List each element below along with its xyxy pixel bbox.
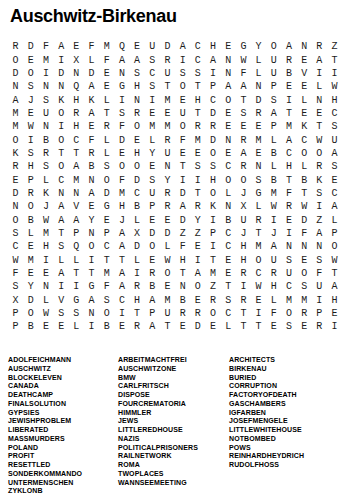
grid-cell-r19c5: I	[69, 280, 84, 293]
grid-cell-r4c2: S	[23, 80, 38, 93]
grid-cell-r22c6: I	[84, 320, 99, 333]
grid-cell-r5c20: L	[297, 93, 312, 106]
grid-cell-r3c11: U	[160, 67, 175, 80]
grid-cell-r1c14: H	[205, 40, 220, 53]
grid-cell-r17c14: T	[205, 254, 220, 267]
grid-cell-r7c19: M	[281, 120, 296, 133]
grid-cell-r1c17: Y	[251, 40, 266, 53]
grid-cell-r9c3: R	[38, 147, 53, 160]
grid-cell-r1c21: R	[312, 40, 327, 53]
grid-cell-r1c10: U	[145, 40, 160, 53]
grid-cell-r3c6: D	[84, 67, 99, 80]
grid-cell-r3c15: N	[221, 67, 236, 80]
grid-cell-r17c9: L	[130, 254, 145, 267]
grid-cell-r5c21: N	[312, 93, 327, 106]
grid-cell-r6c7: T	[99, 107, 114, 120]
word-list-item: TWOPLACES	[118, 470, 226, 479]
grid-cell-r4c21: L	[312, 80, 327, 93]
grid-cell-r13c18: W	[266, 200, 281, 213]
grid-cell-r16c11: L	[160, 240, 175, 253]
grid-cell-r10c2: H	[23, 160, 38, 173]
grid-cell-r19c15: T	[221, 280, 236, 293]
grid-cell-r20c6: A	[84, 294, 99, 307]
grid-cell-r3c18: U	[266, 67, 281, 80]
grid-cell-r13c20: W	[297, 200, 312, 213]
word-list-item: REINHARDHEYDRICH	[229, 452, 349, 461]
word-list-item: LITTLEWHITEHOUSE	[229, 426, 349, 435]
grid-cell-r13c17: L	[251, 200, 266, 213]
grid-cell-r11c16: O	[236, 173, 251, 186]
grid-cell-r1c13: C	[190, 40, 205, 53]
word-list-item: CORRUPTION	[229, 382, 349, 391]
grid-cell-r3c7: E	[99, 67, 114, 80]
grid-cell-r2c22: T	[327, 53, 342, 66]
grid-cell-r9c18: B	[266, 147, 281, 160]
grid-cell-r20c18: L	[266, 294, 281, 307]
grid-cell-r10c14: S	[205, 160, 220, 173]
grid-cell-r8c21: W	[312, 133, 327, 146]
grid-cell-r9c10: Y	[145, 147, 160, 160]
grid-cell-r22c19: S	[281, 320, 296, 333]
grid-cell-r3c16: F	[236, 67, 251, 80]
grid-cell-r13c3: J	[38, 200, 53, 213]
grid-cell-r9c17: E	[251, 147, 266, 160]
grid-cell-r20c17: E	[251, 294, 266, 307]
grid-cell-r5c4: K	[54, 93, 69, 106]
grid-cell-r13c22: A	[327, 200, 342, 213]
grid-cell-r17c8: T	[114, 254, 129, 267]
word-list-item: LIBERATED	[8, 426, 116, 435]
grid-cell-r14c22: L	[327, 213, 342, 226]
grid-cell-r11c17: S	[251, 173, 266, 186]
grid-cell-r7c3: N	[38, 120, 53, 133]
grid-cell-r18c10: R	[145, 267, 160, 280]
grid-cell-r16c5: Q	[69, 240, 84, 253]
grid-cell-r12c3: K	[38, 187, 53, 200]
grid-cell-r16c10: O	[145, 240, 160, 253]
grid-cell-r7c21: T	[312, 120, 327, 133]
grid-cell-r15c12: Z	[175, 227, 190, 240]
grid-cell-r2c20: E	[297, 53, 312, 66]
grid-cell-r15c21: A	[312, 227, 327, 240]
grid-cell-r10c13: S	[190, 160, 205, 173]
grid-cell-r8c5: C	[69, 133, 84, 146]
grid-cell-r22c1: P	[8, 320, 23, 333]
grid-cell-r9c9: H	[130, 147, 145, 160]
grid-cell-r6c12: U	[175, 107, 190, 120]
grid-cell-r16c15: C	[221, 240, 236, 253]
puzzle-title: Auschwitz-Birkenau	[10, 6, 177, 27]
grid-cell-r8c19: A	[281, 133, 296, 146]
grid-cell-r3c17: L	[251, 67, 266, 80]
grid-cell-r6c13: T	[190, 107, 205, 120]
grid-cell-r16c21: N	[312, 240, 327, 253]
grid-cell-r2c13: C	[190, 53, 205, 66]
grid-cell-r7c4: I	[54, 120, 69, 133]
grid-cell-r17c11: W	[160, 254, 175, 267]
grid-cell-r21c21: P	[312, 307, 327, 320]
grid-cell-r9c13: E	[190, 147, 205, 160]
grid-cell-r17c21: S	[312, 254, 327, 267]
grid-cell-r2c12: I	[175, 53, 190, 66]
grid-cell-r13c4: A	[54, 200, 69, 213]
grid-cell-r20c11: M	[160, 294, 175, 307]
grid-cell-r1c2: D	[23, 40, 38, 53]
grid-cell-r2c15: N	[221, 53, 236, 66]
word-list-item: GYPSIES	[8, 409, 116, 418]
grid-cell-r11c12: I	[175, 173, 190, 186]
grid-cell-r16c17: M	[251, 240, 266, 253]
grid-cell-r1c4: A	[54, 40, 69, 53]
grid-cell-r6c2: E	[23, 107, 38, 120]
grid-cell-r14c6: Y	[84, 213, 99, 226]
grid-cell-r1c1: R	[8, 40, 23, 53]
grid-cell-r6c21: E	[312, 107, 327, 120]
grid-cell-r7c13: R	[190, 120, 205, 133]
grid-cell-r20c3: L	[38, 294, 53, 307]
grid-cell-r11c20: B	[297, 173, 312, 186]
word-list-item: POWS	[229, 444, 349, 453]
grid-cell-r2c1: O	[8, 53, 23, 66]
grid-cell-r11c8: F	[114, 173, 129, 186]
grid-cell-r18c20: O	[297, 267, 312, 280]
word-list-item: PROFIT	[8, 452, 116, 461]
word-list-item: BLOCKELEVEN	[8, 374, 116, 383]
grid-cell-r18c11: O	[160, 267, 175, 280]
grid-cell-r20c16: R	[236, 294, 251, 307]
grid-cell-r21c9: T	[130, 307, 145, 320]
grid-cell-r5c14: C	[205, 93, 220, 106]
grid-cell-r6c8: S	[114, 107, 129, 120]
grid-cell-r12c19: F	[281, 187, 296, 200]
grid-cell-r4c4: N	[54, 80, 69, 93]
grid-cell-r8c11: R	[160, 133, 175, 146]
grid-cell-r18c18: R	[266, 267, 281, 280]
grid-cell-r10c19: H	[281, 160, 296, 173]
grid-cell-r9c4: T	[54, 147, 69, 160]
grid-cell-r18c6: T	[84, 267, 99, 280]
grid-cell-r12c2: R	[23, 187, 38, 200]
grid-cell-r2c11: R	[160, 53, 175, 66]
grid-cell-r21c15: C	[221, 307, 236, 320]
grid-cell-r16c6: O	[84, 240, 99, 253]
grid-cell-r7c18: P	[266, 120, 281, 133]
grid-cell-r2c18: U	[266, 53, 281, 66]
grid-cell-r3c9: S	[130, 67, 145, 80]
grid-cell-r20c10: A	[145, 294, 160, 307]
grid-cell-r22c18: E	[266, 320, 281, 333]
grid-cell-r15c14: P	[205, 227, 220, 240]
grid-cell-r15c7: P	[99, 227, 114, 240]
grid-cell-r15c11: D	[160, 227, 175, 240]
grid-cell-r1c15: E	[221, 40, 236, 53]
grid-cell-r16c20: N	[297, 240, 312, 253]
grid-cell-r12c4: N	[54, 187, 69, 200]
grid-cell-r18c22: T	[327, 267, 342, 280]
word-list-column-1: ADOLFEICHMANNAUSCHWITZBLOCKELEVENCANADAD…	[8, 356, 116, 496]
grid-cell-r17c13: I	[190, 254, 205, 267]
grid-cell-r7c22: S	[327, 120, 342, 133]
grid-cell-r2c16: W	[236, 53, 251, 66]
grid-cell-r22c5: L	[69, 320, 84, 333]
grid-cell-r19c19: C	[281, 280, 296, 293]
grid-cell-r19c11: E	[160, 280, 175, 293]
grid-cell-r10c10: E	[145, 160, 160, 173]
grid-cell-r19c18: H	[266, 280, 281, 293]
grid-cell-r3c3: I	[38, 67, 53, 80]
grid-cell-r5c10: I	[145, 93, 160, 106]
grid-cell-r17c22: W	[327, 254, 342, 267]
grid-cell-r16c19: N	[281, 240, 296, 253]
grid-cell-r16c2: E	[23, 240, 38, 253]
grid-cell-r6c3: U	[38, 107, 53, 120]
grid-cell-r22c10: A	[145, 320, 160, 333]
grid-cell-r21c3: W	[38, 307, 53, 320]
grid-cell-r15c9: X	[130, 227, 145, 240]
grid-cell-r1c7: M	[99, 40, 114, 53]
grid-cell-r9c12: E	[175, 147, 190, 160]
grid-cell-r7c11: M	[160, 120, 175, 133]
grid-cell-r4c1: N	[8, 80, 23, 93]
grid-cell-r20c13: E	[190, 294, 205, 307]
grid-cell-r3c22: I	[327, 67, 342, 80]
grid-cell-r10c6: B	[84, 160, 99, 173]
grid-cell-r8c14: D	[205, 133, 220, 146]
grid-cell-r16c4: S	[54, 240, 69, 253]
word-list-item: JEWISHPROBLEM	[8, 417, 116, 426]
grid-cell-r13c15: N	[221, 200, 236, 213]
grid-cell-r5c6: K	[84, 93, 99, 106]
grid-cell-r20c14: R	[205, 294, 220, 307]
grid-cell-r3c10: C	[145, 67, 160, 80]
grid-cell-r2c7: F	[99, 53, 114, 66]
grid-cell-r21c14: O	[205, 307, 220, 320]
grid-cell-r15c22: P	[327, 227, 342, 240]
word-list-item: DEATHCAMP	[8, 391, 116, 400]
grid-cell-r14c4: A	[54, 213, 69, 226]
grid-cell-r20c21: I	[312, 294, 327, 307]
grid-cell-r10c22: S	[327, 160, 342, 173]
grid-cell-r21c16: T	[236, 307, 251, 320]
grid-cell-r14c7: E	[99, 213, 114, 226]
grid-cell-r6c18: A	[266, 107, 281, 120]
grid-cell-r18c1: F	[8, 267, 23, 280]
grid-cell-r19c20: S	[297, 280, 312, 293]
grid-cell-r15c6: N	[84, 227, 99, 240]
grid-cell-r4c15: A	[221, 80, 236, 93]
grid-cell-r2c3: M	[38, 53, 53, 66]
grid-cell-r14c8: J	[114, 213, 129, 226]
grid-cell-r19c2: Y	[23, 280, 38, 293]
grid-cell-r15c17: T	[251, 227, 266, 240]
grid-cell-r12c16: J	[236, 187, 251, 200]
grid-cell-r7c6: E	[84, 120, 99, 133]
grid-cell-r11c4: C	[54, 173, 69, 186]
grid-cell-r17c5: L	[69, 254, 84, 267]
grid-cell-r18c5: T	[69, 267, 84, 280]
grid-cell-r1c18: O	[266, 40, 281, 53]
grid-cell-r10c1: R	[8, 160, 23, 173]
grid-cell-r21c10: P	[145, 307, 160, 320]
grid-cell-r3c8: N	[114, 67, 129, 80]
word-list-item: CARLFRITSCH	[118, 382, 226, 391]
grid-cell-r18c17: C	[251, 267, 266, 280]
grid-cell-r13c2: O	[23, 200, 38, 213]
grid-cell-r16c3: H	[38, 240, 53, 253]
grid-cell-r13c5: V	[69, 200, 84, 213]
grid-cell-r4c17: N	[251, 80, 266, 93]
grid-cell-r17c18: U	[266, 254, 281, 267]
word-list-item: UNTERMENSCHEN	[8, 479, 116, 488]
grid-cell-r18c9: I	[130, 267, 145, 280]
grid-cell-r4c9: H	[130, 80, 145, 93]
grid-cell-r6c14: D	[205, 107, 220, 120]
grid-cell-r2c14: A	[205, 53, 220, 66]
grid-cell-r4c3: N	[38, 80, 53, 93]
grid-cell-r11c13: I	[190, 173, 205, 186]
grid-cell-r3c12: S	[175, 67, 190, 80]
grid-cell-r10c15: C	[221, 160, 236, 173]
word-list-item: FINALSOLUTION	[8, 400, 116, 409]
grid-cell-r14c1: O	[8, 213, 23, 226]
grid-cell-r12c5: N	[69, 187, 84, 200]
grid-cell-r12c17: G	[251, 187, 266, 200]
grid-cell-r17c16: H	[236, 254, 251, 267]
grid-cell-r13c8: H	[114, 200, 129, 213]
grid-cell-r4c5: Q	[69, 80, 84, 93]
grid-cell-r14c11: E	[160, 213, 175, 226]
grid-cell-r5c3: S	[38, 93, 53, 106]
grid-cell-r15c3: M	[38, 227, 53, 240]
grid-cell-r22c4: E	[54, 320, 69, 333]
grid-cell-r4c19: E	[281, 80, 296, 93]
grid-cell-r1c3: F	[38, 40, 53, 53]
word-list-item: IGFARBEN	[229, 409, 349, 418]
grid-cell-r4c11: T	[160, 80, 175, 93]
word-list-item: CANADA	[8, 382, 116, 391]
grid-cell-r18c21: F	[312, 267, 327, 280]
grid-cell-r22c11: T	[160, 320, 175, 333]
grid-cell-r3c5: N	[69, 67, 84, 80]
grid-cell-r2c4: I	[54, 53, 69, 66]
grid-cell-r7c8: F	[114, 120, 129, 133]
word-list-item: BURIED	[229, 374, 349, 383]
grid-cell-r17c3: I	[38, 254, 53, 267]
grid-cell-r5c16: T	[236, 93, 251, 106]
grid-cell-r2c5: X	[69, 53, 84, 66]
grid-cell-r11c21: K	[312, 173, 327, 186]
grid-cell-r15c15: C	[221, 227, 236, 240]
grid-cell-r11c10: S	[145, 173, 160, 186]
grid-cell-r14c15: B	[221, 213, 236, 226]
word-list-item: ADOLFEICHMANN	[8, 356, 116, 365]
word-list-item: BIRKENAU	[229, 365, 349, 374]
grid-cell-r14c3: W	[38, 213, 53, 226]
grid-cell-r1c16: G	[236, 40, 251, 53]
grid-cell-r19c4: I	[54, 280, 69, 293]
grid-cell-r22c21: R	[312, 320, 327, 333]
grid-cell-r7c15: E	[221, 120, 236, 133]
word-list-item: WANNSEEMEETING	[118, 479, 226, 488]
grid-cell-r20c1: X	[8, 294, 23, 307]
grid-cell-r7c20: K	[297, 120, 312, 133]
grid-cell-r21c5: S	[69, 307, 84, 320]
grid-cell-r6c22: C	[327, 107, 342, 120]
grid-cell-r13c16: X	[236, 200, 251, 213]
grid-cell-r14c20: D	[297, 213, 312, 226]
grid-cell-r8c20: C	[297, 133, 312, 146]
word-list-item: POLAND	[8, 444, 116, 453]
grid-cell-r12c8: M	[114, 187, 129, 200]
word-list-item: JOSEFMENGELE	[229, 417, 349, 426]
grid-cell-r17c2: M	[23, 254, 38, 267]
grid-cell-r9c8: E	[114, 147, 129, 160]
grid-cell-r19c7: F	[99, 280, 114, 293]
grid-cell-r11c18: B	[266, 173, 281, 186]
grid-cell-r8c3: B	[38, 133, 53, 146]
grid-cell-r22c14: E	[205, 320, 220, 333]
grid-cell-r11c1: E	[8, 173, 23, 186]
grid-cell-r13c12: A	[175, 200, 190, 213]
grid-cell-r19c17: W	[251, 280, 266, 293]
grid-cell-r14c9: L	[130, 213, 145, 226]
grid-cell-r15c20: F	[297, 227, 312, 240]
grid-cell-r22c7: B	[99, 320, 114, 333]
grid-cell-r19c1: S	[8, 280, 23, 293]
grid-cell-r7c14: R	[205, 120, 220, 133]
grid-cell-r16c8: A	[114, 240, 129, 253]
word-list-item: LITTLEREDHOUSE	[118, 426, 226, 435]
grid-cell-r12c12: D	[175, 187, 190, 200]
grid-cell-r16c14: I	[205, 240, 220, 253]
grid-cell-r4c6: A	[84, 80, 99, 93]
grid-cell-r7c5: H	[69, 120, 84, 133]
grid-cell-r16c18: A	[266, 240, 281, 253]
grid-cell-r10c5: A	[69, 160, 84, 173]
word-list-item: DISPOSE	[118, 391, 226, 400]
grid-cell-r18c4: A	[54, 267, 69, 280]
grid-cell-r2c2: E	[23, 53, 38, 66]
grid-cell-r9c1: K	[8, 147, 23, 160]
grid-cell-r22c17: T	[251, 320, 266, 333]
grid-cell-r22c16: T	[236, 320, 251, 333]
grid-cell-r10c7: S	[99, 160, 114, 173]
grid-cell-r18c12: T	[175, 267, 190, 280]
grid-cell-r19c22: A	[327, 280, 342, 293]
grid-cell-r14c17: R	[251, 213, 266, 226]
grid-cell-r10c20: L	[297, 160, 312, 173]
grid-cell-r8c22: U	[327, 133, 342, 146]
word-list-item: ARBEITMACHTFREI	[118, 356, 226, 365]
grid-cell-r4c8: G	[114, 80, 129, 93]
grid-cell-r8c2: I	[23, 133, 38, 146]
grid-cell-r3c20: V	[297, 67, 312, 80]
grid-cell-r4c18: P	[266, 80, 281, 93]
grid-cell-r13c13: R	[190, 200, 205, 213]
grid-cell-r9c21: O	[312, 147, 327, 160]
grid-cell-r13c14: K	[205, 200, 220, 213]
grid-cell-r20c20: M	[297, 294, 312, 307]
word-list-item: RESETTLED	[8, 461, 116, 470]
grid-cell-r2c21: A	[312, 53, 327, 66]
grid-cell-r15c5: P	[69, 227, 84, 240]
grid-cell-r12c1: D	[8, 187, 23, 200]
grid-cell-r22c12: E	[175, 320, 190, 333]
grid-cell-r5c8: I	[114, 93, 129, 106]
grid-cell-r15c4: T	[54, 227, 69, 240]
grid-cell-r14c16: U	[236, 213, 251, 226]
grid-cell-r15c16: J	[236, 227, 251, 240]
